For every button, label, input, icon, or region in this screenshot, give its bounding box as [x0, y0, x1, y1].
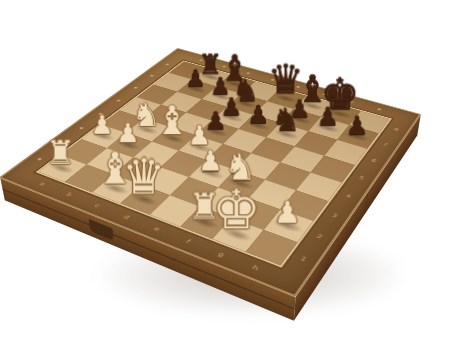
white-pawn-glyph: ♟: [260, 197, 313, 227]
brass-inlay-dot: [165, 63, 170, 65]
photo-scene: abcdefgh12345678 ♜♝♛♝♚♟♟♞♟♟♟♟♟♞♟♞♝♟♟♟♟♞♟…: [0, 0, 450, 338]
fold-seam: [365, 191, 369, 214]
brass-inlay-dot: [150, 75, 155, 77]
rank-label: 5: [358, 175, 366, 181]
file-label: a: [38, 181, 47, 187]
file-label: b: [65, 192, 75, 198]
brass-inlay-dot: [116, 99, 121, 102]
file-label: c: [93, 203, 102, 209]
file-label: f: [184, 238, 192, 244]
black-pawn-glyph: ♟: [334, 112, 379, 138]
file-label: d: [122, 214, 132, 221]
rank-label: 7: [382, 142, 389, 147]
rank-label: 4: [344, 193, 352, 199]
rank-label: 2: [315, 233, 324, 240]
rank-label: 3: [330, 212, 338, 219]
rank-label: 8: [393, 127, 400, 132]
rank-label: 6: [370, 158, 377, 163]
brass-inlay-dot: [377, 108, 382, 111]
white-king-glyph: ♚: [209, 182, 263, 236]
file-label: g: [216, 251, 226, 259]
black-knight-glyph: ♞: [263, 103, 308, 135]
board-clasp: [89, 219, 114, 240]
white-queen-glyph: ♛: [118, 152, 169, 201]
file-label: e: [152, 226, 161, 233]
brass-inlay-dot: [133, 87, 138, 89]
file-label: h: [251, 264, 261, 272]
white-rook-glyph: ♜: [37, 137, 85, 170]
rank-label: 1: [299, 255, 308, 263]
